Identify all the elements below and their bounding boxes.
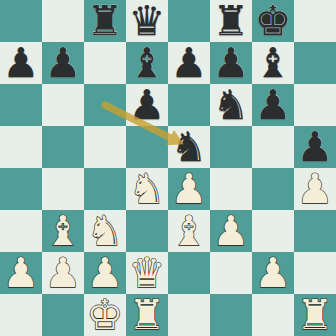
square-b2[interactable]: ♟ <box>42 252 84 294</box>
square-f4[interactable] <box>210 168 252 210</box>
piece-black-rook[interactable]: ♜ <box>213 0 250 42</box>
square-h6[interactable] <box>294 84 336 126</box>
square-h8[interactable] <box>294 0 336 42</box>
square-g4[interactable] <box>252 168 294 210</box>
piece-white-queen[interactable]: ♛ <box>129 252 166 294</box>
piece-black-knight[interactable]: ♞ <box>171 126 208 168</box>
square-g6[interactable]: ♟ <box>252 84 294 126</box>
piece-black-queen[interactable]: ♛ <box>129 0 166 42</box>
square-c2[interactable]: ♟ <box>84 252 126 294</box>
square-e1[interactable] <box>168 294 210 336</box>
square-b6[interactable] <box>42 84 84 126</box>
square-c5[interactable] <box>84 126 126 168</box>
square-e5[interactable]: ♞ <box>168 126 210 168</box>
square-h3[interactable] <box>294 210 336 252</box>
square-e3[interactable]: ♝ <box>168 210 210 252</box>
square-e4[interactable]: ♟ <box>168 168 210 210</box>
square-f5[interactable] <box>210 126 252 168</box>
square-b5[interactable] <box>42 126 84 168</box>
square-d8[interactable]: ♛ <box>126 0 168 42</box>
square-c8[interactable]: ♜ <box>84 0 126 42</box>
square-d2[interactable]: ♛ <box>126 252 168 294</box>
square-a7[interactable]: ♟ <box>0 42 42 84</box>
piece-white-pawn[interactable]: ♟ <box>255 252 292 294</box>
square-d4[interactable]: ♞ <box>126 168 168 210</box>
piece-white-pawn[interactable]: ♟ <box>297 168 334 210</box>
square-h1[interactable]: ♜ <box>294 294 336 336</box>
square-b4[interactable] <box>42 168 84 210</box>
square-g2[interactable]: ♟ <box>252 252 294 294</box>
piece-black-bishop[interactable]: ♝ <box>129 42 166 84</box>
square-d5[interactable] <box>126 126 168 168</box>
square-e7[interactable]: ♟ <box>168 42 210 84</box>
piece-white-knight[interactable]: ♞ <box>87 210 124 252</box>
piece-black-pawn[interactable]: ♟ <box>297 126 334 168</box>
piece-black-king[interactable]: ♚ <box>255 0 292 42</box>
square-h4[interactable]: ♟ <box>294 168 336 210</box>
square-a2[interactable]: ♟ <box>0 252 42 294</box>
square-g1[interactable] <box>252 294 294 336</box>
square-a3[interactable] <box>0 210 42 252</box>
square-a6[interactable] <box>0 84 42 126</box>
piece-white-king[interactable]: ♚ <box>87 294 124 336</box>
square-h2[interactable] <box>294 252 336 294</box>
square-f2[interactable] <box>210 252 252 294</box>
piece-black-pawn[interactable]: ♟ <box>3 42 40 84</box>
piece-white-bishop[interactable]: ♝ <box>45 210 82 252</box>
square-b7[interactable]: ♟ <box>42 42 84 84</box>
square-c7[interactable] <box>84 42 126 84</box>
piece-white-pawn[interactable]: ♟ <box>213 210 250 252</box>
square-g3[interactable] <box>252 210 294 252</box>
piece-white-pawn[interactable]: ♟ <box>45 252 82 294</box>
square-c6[interactable] <box>84 84 126 126</box>
square-f1[interactable] <box>210 294 252 336</box>
piece-black-knight[interactable]: ♞ <box>213 84 250 126</box>
piece-white-pawn[interactable]: ♟ <box>3 252 40 294</box>
square-d7[interactable]: ♝ <box>126 42 168 84</box>
piece-white-bishop[interactable]: ♝ <box>171 210 208 252</box>
piece-white-rook[interactable]: ♜ <box>129 294 166 336</box>
square-a1[interactable] <box>0 294 42 336</box>
square-d1[interactable]: ♜ <box>126 294 168 336</box>
square-f3[interactable]: ♟ <box>210 210 252 252</box>
square-c3[interactable]: ♞ <box>84 210 126 252</box>
chess-board-container: ♜♛♜♚♟♟♝♟♟♝♟♞♟♞♟♞♟♟♝♞♝♟♟♟♟♛♟♚♜♜ <box>0 0 336 336</box>
square-a8[interactable] <box>0 0 42 42</box>
square-f7[interactable]: ♟ <box>210 42 252 84</box>
piece-black-bishop[interactable]: ♝ <box>255 42 292 84</box>
piece-black-pawn[interactable]: ♟ <box>45 42 82 84</box>
square-d3[interactable] <box>126 210 168 252</box>
piece-black-pawn[interactable]: ♟ <box>129 84 166 126</box>
square-a4[interactable] <box>0 168 42 210</box>
square-c1[interactable]: ♚ <box>84 294 126 336</box>
square-g8[interactable]: ♚ <box>252 0 294 42</box>
square-a5[interactable] <box>0 126 42 168</box>
square-b3[interactable]: ♝ <box>42 210 84 252</box>
piece-black-rook[interactable]: ♜ <box>87 0 124 42</box>
square-e2[interactable] <box>168 252 210 294</box>
square-h5[interactable]: ♟ <box>294 126 336 168</box>
square-g7[interactable]: ♝ <box>252 42 294 84</box>
piece-white-pawn[interactable]: ♟ <box>87 252 124 294</box>
square-h7[interactable] <box>294 42 336 84</box>
piece-black-pawn[interactable]: ♟ <box>171 42 208 84</box>
square-f6[interactable]: ♞ <box>210 84 252 126</box>
square-c4[interactable] <box>84 168 126 210</box>
piece-white-knight[interactable]: ♞ <box>129 168 166 210</box>
chess-board: ♜♛♜♚♟♟♝♟♟♝♟♞♟♞♟♞♟♟♝♞♝♟♟♟♟♛♟♚♜♜ <box>0 0 336 336</box>
piece-white-pawn[interactable]: ♟ <box>171 168 208 210</box>
square-g5[interactable] <box>252 126 294 168</box>
square-e8[interactable] <box>168 0 210 42</box>
piece-black-pawn[interactable]: ♟ <box>213 42 250 84</box>
square-d6[interactable]: ♟ <box>126 84 168 126</box>
square-b1[interactable] <box>42 294 84 336</box>
piece-black-pawn[interactable]: ♟ <box>255 84 292 126</box>
square-b8[interactable] <box>42 0 84 42</box>
square-e6[interactable] <box>168 84 210 126</box>
piece-white-rook[interactable]: ♜ <box>297 294 334 336</box>
square-f8[interactable]: ♜ <box>210 0 252 42</box>
